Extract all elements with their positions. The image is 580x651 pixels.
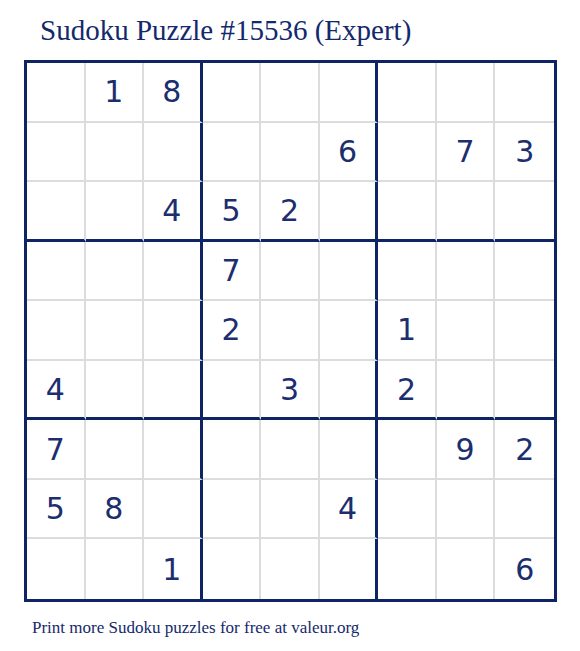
cell-r5c5 xyxy=(261,301,320,361)
cell-r7c9: 2 xyxy=(495,420,554,480)
cell-r2c9: 3 xyxy=(495,123,554,183)
cell-r7c3 xyxy=(144,420,203,480)
cell-r7c2 xyxy=(86,420,145,480)
cell-r5c3 xyxy=(144,301,203,361)
cell-r3c1 xyxy=(27,182,86,242)
cell-r8c5 xyxy=(261,480,320,540)
cell-r5c2 xyxy=(86,301,145,361)
cell-r8c2: 8 xyxy=(86,480,145,540)
cell-r4c9 xyxy=(495,242,554,302)
cell-r3c4: 5 xyxy=(203,182,262,242)
cell-r4c5 xyxy=(261,242,320,302)
cell-r9c9: 6 xyxy=(495,539,554,599)
cell-r4c6 xyxy=(320,242,379,302)
cell-r5c7: 1 xyxy=(378,301,437,361)
cell-r3c3: 4 xyxy=(144,182,203,242)
cell-r1c7 xyxy=(378,63,437,123)
cell-r7c6 xyxy=(320,420,379,480)
cell-r6c6 xyxy=(320,361,379,421)
cell-r5c9 xyxy=(495,301,554,361)
cell-r8c8 xyxy=(437,480,496,540)
footer-text: Print more Sudoku puzzles for free at va… xyxy=(32,618,359,638)
sudoku-board: 1867345272143279258416 xyxy=(24,60,557,602)
cell-r5c4: 2 xyxy=(203,301,262,361)
cell-r5c8 xyxy=(437,301,496,361)
cell-r6c2 xyxy=(86,361,145,421)
cell-r2c5 xyxy=(261,123,320,183)
cell-r8c3 xyxy=(144,480,203,540)
cell-r8c4 xyxy=(203,480,262,540)
cell-r6c5: 3 xyxy=(261,361,320,421)
cell-r4c7 xyxy=(378,242,437,302)
cell-r3c6 xyxy=(320,182,379,242)
cell-r2c3 xyxy=(144,123,203,183)
cell-r8c6: 4 xyxy=(320,480,379,540)
cell-r1c5 xyxy=(261,63,320,123)
cell-r1c3: 8 xyxy=(144,63,203,123)
cell-r6c4 xyxy=(203,361,262,421)
cell-r7c8: 9 xyxy=(437,420,496,480)
cell-r5c1 xyxy=(27,301,86,361)
cell-r4c1 xyxy=(27,242,86,302)
cell-r1c1 xyxy=(27,63,86,123)
cell-r3c2 xyxy=(86,182,145,242)
cell-r6c7: 2 xyxy=(378,361,437,421)
cell-r1c8 xyxy=(437,63,496,123)
cell-r2c7 xyxy=(378,123,437,183)
cell-r8c7 xyxy=(378,480,437,540)
cell-r4c3 xyxy=(144,242,203,302)
cell-r7c7 xyxy=(378,420,437,480)
cell-r9c3: 1 xyxy=(144,539,203,599)
cell-r2c8: 7 xyxy=(437,123,496,183)
cell-r2c1 xyxy=(27,123,86,183)
cell-r9c2 xyxy=(86,539,145,599)
cell-r6c3 xyxy=(144,361,203,421)
cell-r8c1: 5 xyxy=(27,480,86,540)
cell-r9c5 xyxy=(261,539,320,599)
cell-r9c6 xyxy=(320,539,379,599)
cell-r3c5: 2 xyxy=(261,182,320,242)
cell-r9c1 xyxy=(27,539,86,599)
cell-r2c6: 6 xyxy=(320,123,379,183)
cell-r1c9 xyxy=(495,63,554,123)
cell-r5c6 xyxy=(320,301,379,361)
cell-r2c2 xyxy=(86,123,145,183)
page-title: Sudoku Puzzle #15536 (Expert) xyxy=(40,14,411,47)
cell-r9c7 xyxy=(378,539,437,599)
cell-r3c7 xyxy=(378,182,437,242)
cell-r3c9 xyxy=(495,182,554,242)
cell-r6c1: 4 xyxy=(27,361,86,421)
cell-r7c4 xyxy=(203,420,262,480)
cell-r6c9 xyxy=(495,361,554,421)
cell-r7c5 xyxy=(261,420,320,480)
cell-r7c1: 7 xyxy=(27,420,86,480)
cell-r8c9 xyxy=(495,480,554,540)
cell-r4c2 xyxy=(86,242,145,302)
cell-r1c4 xyxy=(203,63,262,123)
cell-r1c2: 1 xyxy=(86,63,145,123)
cell-r9c8 xyxy=(437,539,496,599)
cell-r3c8 xyxy=(437,182,496,242)
cell-r6c8 xyxy=(437,361,496,421)
cell-r4c4: 7 xyxy=(203,242,262,302)
cell-r9c4 xyxy=(203,539,262,599)
cell-r2c4 xyxy=(203,123,262,183)
sudoku-page: Sudoku Puzzle #15536 (Expert) 1867345272… xyxy=(0,0,580,651)
cell-r1c6 xyxy=(320,63,379,123)
cell-r4c8 xyxy=(437,242,496,302)
